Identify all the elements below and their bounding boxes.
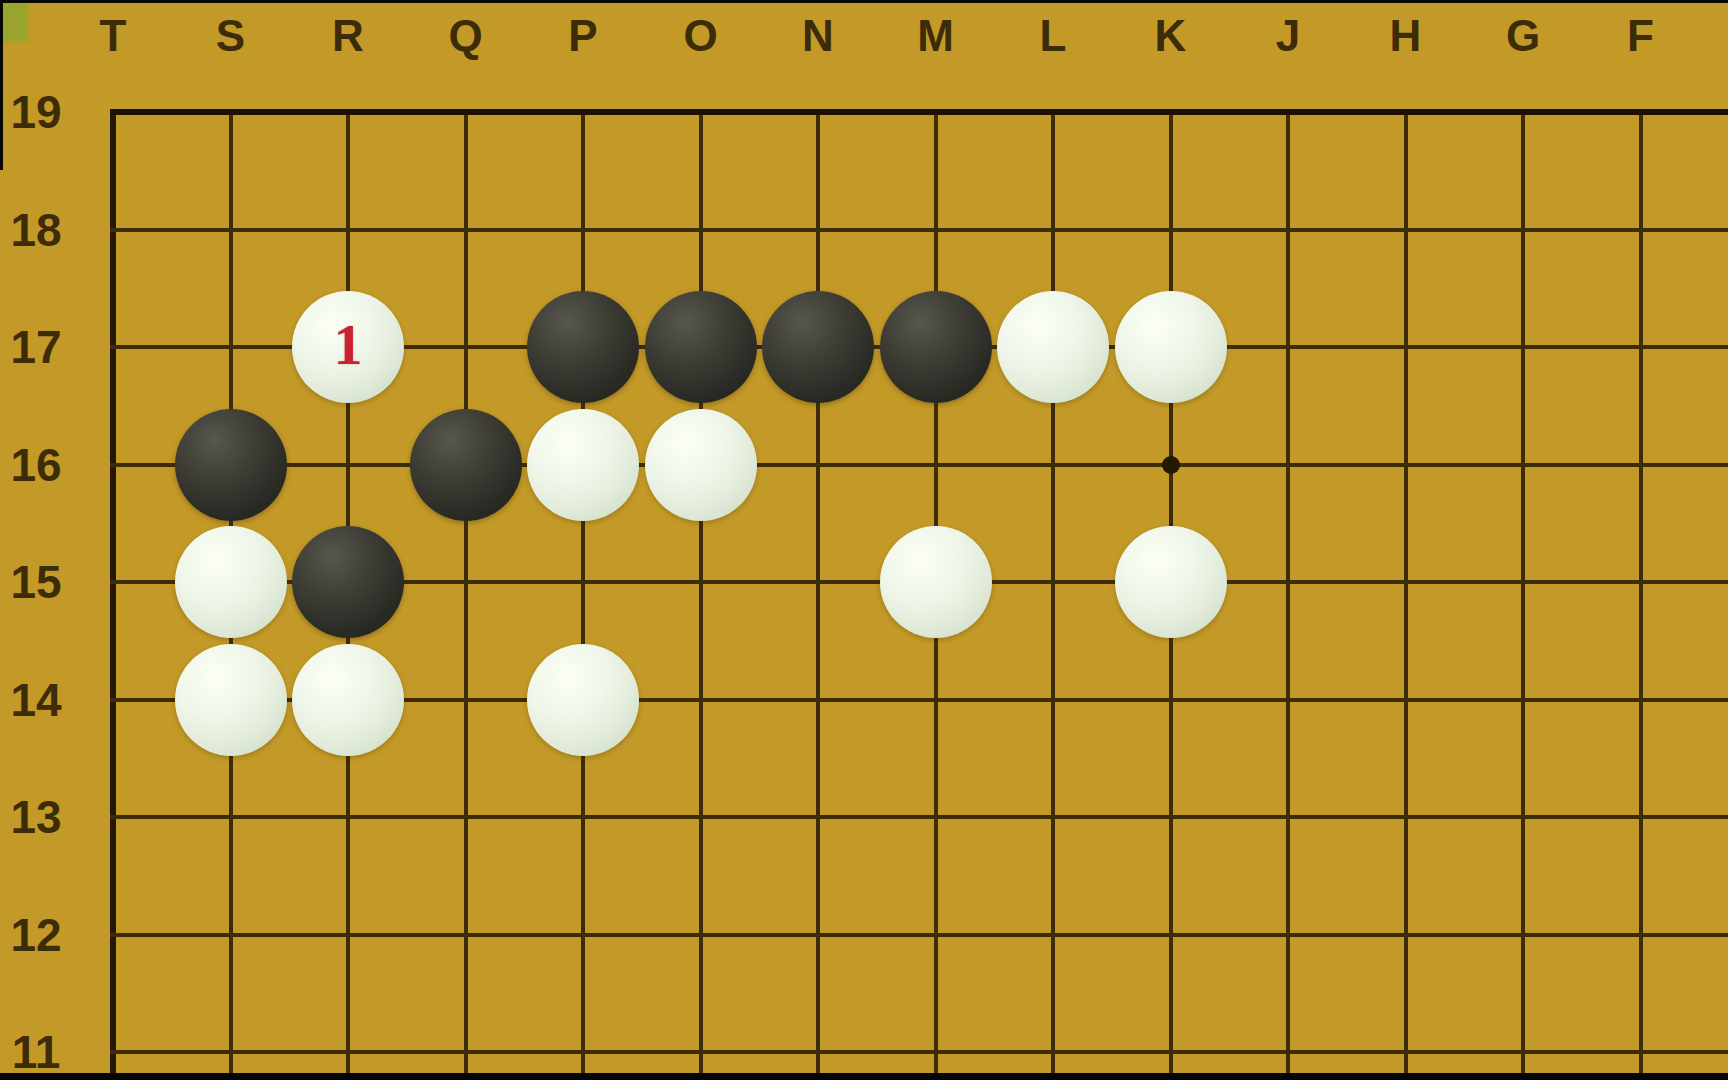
stone-white-R14 (292, 644, 404, 756)
grid-vline-G (1521, 109, 1525, 1073)
stone-white-S14 (175, 644, 287, 756)
top-edge-strip (0, 0, 1728, 3)
col-label-Q: Q (448, 14, 482, 58)
stone-black-S16 (175, 409, 287, 521)
grid-vline-J (1286, 109, 1290, 1073)
stone-black-O17 (645, 291, 757, 403)
grid-hline-12 (110, 933, 1728, 937)
row-label-15: 15 (10, 559, 61, 605)
stone-white-L17 (997, 291, 1109, 403)
stone-white-P16 (527, 409, 639, 521)
row-label-13: 13 (10, 794, 61, 840)
stone-white-K15 (1115, 526, 1227, 638)
stone-black-P17 (527, 291, 639, 403)
grid-hline-16 (110, 463, 1728, 467)
col-label-O: O (683, 14, 717, 58)
grid-vline-F (1639, 109, 1643, 1073)
grid-vline-Q (464, 109, 468, 1073)
stone-white-K17 (1115, 291, 1227, 403)
stone-black-R15 (292, 526, 404, 638)
stone-white-M15 (880, 526, 992, 638)
row-label-12: 12 (10, 912, 61, 958)
grid-hline-18 (110, 228, 1728, 232)
grid-hline-19 (110, 109, 1728, 115)
col-label-S: S (216, 14, 245, 58)
col-label-L: L (1040, 14, 1067, 58)
col-label-F: F (1627, 14, 1654, 58)
video-artifact-patch (2, 0, 28, 42)
grid-hline-11 (110, 1050, 1728, 1054)
grid-vline-P (581, 109, 585, 1073)
row-label-17: 17 (10, 324, 61, 370)
col-label-G: G (1506, 14, 1540, 58)
grid-vline-N (816, 109, 820, 1073)
grid-vline-T (110, 109, 116, 1073)
grid-vline-O (699, 109, 703, 1073)
col-label-J: J (1276, 14, 1300, 58)
stone-black-N17 (762, 291, 874, 403)
row-label-16: 16 (10, 442, 61, 488)
col-label-N: N (802, 14, 834, 58)
stone-white-R17: 1 (292, 291, 404, 403)
col-label-K: K (1155, 14, 1187, 58)
col-label-H: H (1390, 14, 1422, 58)
move-number-label: 1 (334, 316, 363, 374)
col-label-M: M (917, 14, 954, 58)
stone-black-Q16 (410, 409, 522, 521)
stone-white-O16 (645, 409, 757, 521)
row-label-18: 18 (10, 207, 61, 253)
grid-vline-L (1051, 109, 1055, 1073)
grid-vline-H (1404, 109, 1408, 1073)
row-label-14: 14 (10, 677, 61, 723)
stone-black-M17 (880, 291, 992, 403)
stone-white-S15 (175, 526, 287, 638)
star-point-K16 (1162, 456, 1180, 474)
col-label-T: T (100, 14, 127, 58)
grid-hline-13 (110, 815, 1728, 819)
row-label-11: 11 (12, 1029, 61, 1075)
col-label-P: P (568, 14, 597, 58)
bottom-edge-strip (0, 1073, 1728, 1080)
row-label-19: 19 (10, 89, 61, 135)
left-edge-strip (0, 0, 3, 170)
go-board-diagram: TSRQPONMLKJHGF 191817161514131211 1 (0, 0, 1728, 1080)
col-label-R: R (332, 14, 364, 58)
stone-white-P14 (527, 644, 639, 756)
